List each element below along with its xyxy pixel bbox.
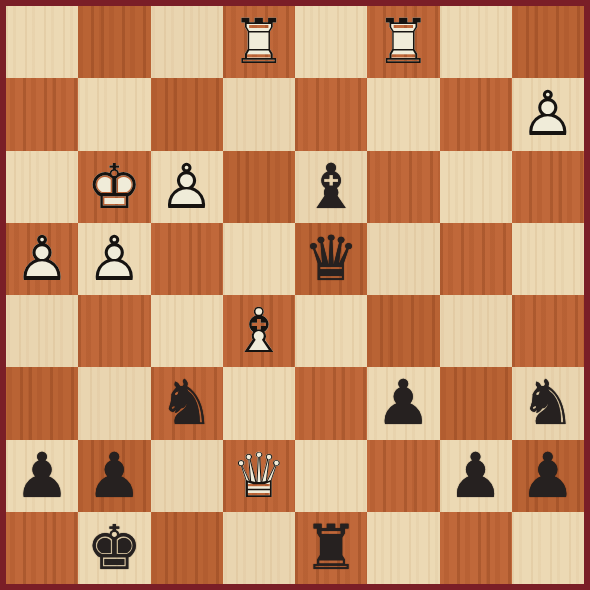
square-f1[interactable]: [367, 512, 439, 584]
square-b1[interactable]: ♚: [78, 512, 150, 584]
white-king-outline-glyph: ♔: [78, 151, 150, 223]
square-h4[interactable]: [512, 295, 584, 367]
square-c6[interactable]: ♟♙: [151, 151, 223, 223]
square-d3[interactable]: [223, 367, 295, 439]
square-b2[interactable]: ♟: [78, 440, 150, 512]
square-a1[interactable]: [6, 512, 78, 584]
square-a5[interactable]: ♟♙: [6, 223, 78, 295]
square-h2[interactable]: ♟: [512, 440, 584, 512]
piece-black-queen[interactable]: ♛: [295, 223, 367, 295]
square-e4[interactable]: [295, 295, 367, 367]
square-e6[interactable]: ♝: [295, 151, 367, 223]
piece-black-pawn[interactable]: ♟: [512, 440, 584, 512]
black-pawn-glyph: ♟: [440, 440, 512, 512]
square-f6[interactable]: [367, 151, 439, 223]
white-rook-outline-glyph: ♖: [223, 6, 295, 78]
square-g3[interactable]: [440, 367, 512, 439]
piece-white-bishop[interactable]: ♝♗: [223, 295, 295, 367]
square-b8[interactable]: [78, 6, 150, 78]
square-b5[interactable]: ♟♙: [78, 223, 150, 295]
white-bishop-outline-glyph: ♗: [223, 295, 295, 367]
white-pawn-outline-glyph: ♙: [151, 151, 223, 223]
black-pawn-glyph: ♟: [6, 440, 78, 512]
square-g8[interactable]: [440, 6, 512, 78]
square-a8[interactable]: [6, 6, 78, 78]
piece-white-queen[interactable]: ♛♕: [223, 440, 295, 512]
piece-black-knight[interactable]: ♞: [512, 367, 584, 439]
square-e1[interactable]: ♜: [295, 512, 367, 584]
black-pawn-glyph: ♟: [512, 440, 584, 512]
white-queen-outline-glyph: ♕: [223, 440, 295, 512]
piece-white-king[interactable]: ♚♔: [78, 151, 150, 223]
square-d2[interactable]: ♛♕: [223, 440, 295, 512]
piece-black-pawn[interactable]: ♟: [440, 440, 512, 512]
square-g1[interactable]: [440, 512, 512, 584]
square-e2[interactable]: [295, 440, 367, 512]
piece-black-knight[interactable]: ♞: [151, 367, 223, 439]
square-a4[interactable]: [6, 295, 78, 367]
square-h8[interactable]: [512, 6, 584, 78]
square-h3[interactable]: ♞: [512, 367, 584, 439]
square-b3[interactable]: [78, 367, 150, 439]
white-rook-outline-glyph: ♖: [367, 6, 439, 78]
piece-white-pawn[interactable]: ♟♙: [78, 223, 150, 295]
square-d1[interactable]: [223, 512, 295, 584]
black-knight-glyph: ♞: [512, 367, 584, 439]
square-d4[interactable]: ♝♗: [223, 295, 295, 367]
square-c2[interactable]: [151, 440, 223, 512]
square-h1[interactable]: [512, 512, 584, 584]
white-pawn-outline-glyph: ♙: [6, 223, 78, 295]
square-f5[interactable]: [367, 223, 439, 295]
piece-white-rook[interactable]: ♜♖: [367, 6, 439, 78]
square-b4[interactable]: [78, 295, 150, 367]
piece-black-rook[interactable]: ♜: [295, 512, 367, 584]
piece-black-pawn[interactable]: ♟: [6, 440, 78, 512]
square-a7[interactable]: [6, 78, 78, 150]
piece-black-pawn[interactable]: ♟: [367, 367, 439, 439]
piece-white-pawn[interactable]: ♟♙: [512, 78, 584, 150]
square-e7[interactable]: [295, 78, 367, 150]
square-d8[interactable]: ♜♖: [223, 6, 295, 78]
square-c8[interactable]: [151, 6, 223, 78]
black-queen-glyph: ♛: [295, 223, 367, 295]
white-pawn-outline-glyph: ♙: [512, 78, 584, 150]
square-g4[interactable]: [440, 295, 512, 367]
square-a3[interactable]: [6, 367, 78, 439]
square-c1[interactable]: [151, 512, 223, 584]
black-knight-glyph: ♞: [151, 367, 223, 439]
piece-white-rook[interactable]: ♜♖: [223, 6, 295, 78]
piece-black-king[interactable]: ♚: [78, 512, 150, 584]
piece-white-pawn[interactable]: ♟♙: [151, 151, 223, 223]
square-h5[interactable]: [512, 223, 584, 295]
black-pawn-glyph: ♟: [78, 440, 150, 512]
square-d6[interactable]: [223, 151, 295, 223]
square-f3[interactable]: ♟: [367, 367, 439, 439]
black-bishop-glyph: ♝: [295, 151, 367, 223]
square-g5[interactable]: [440, 223, 512, 295]
square-c5[interactable]: [151, 223, 223, 295]
square-g7[interactable]: [440, 78, 512, 150]
square-f8[interactable]: ♜♖: [367, 6, 439, 78]
square-f4[interactable]: [367, 295, 439, 367]
square-f2[interactable]: [367, 440, 439, 512]
white-pawn-outline-glyph: ♙: [78, 223, 150, 295]
black-king-glyph: ♚: [78, 512, 150, 584]
square-g6[interactable]: [440, 151, 512, 223]
square-b6[interactable]: ♚♔: [78, 151, 150, 223]
square-c4[interactable]: [151, 295, 223, 367]
chess-board: ♜♖♜♖♟♙♚♔♟♙♝♟♙♟♙♛♝♗♞♟♞♟♟♛♕♟♟♚♜: [0, 0, 590, 590]
piece-white-pawn[interactable]: ♟♙: [6, 223, 78, 295]
square-f7[interactable]: [367, 78, 439, 150]
square-h7[interactable]: ♟♙: [512, 78, 584, 150]
square-g2[interactable]: ♟: [440, 440, 512, 512]
piece-black-pawn[interactable]: ♟: [78, 440, 150, 512]
square-c7[interactable]: [151, 78, 223, 150]
piece-black-bishop[interactable]: ♝: [295, 151, 367, 223]
square-e3[interactable]: [295, 367, 367, 439]
black-rook-glyph: ♜: [295, 512, 367, 584]
square-d7[interactable]: [223, 78, 295, 150]
square-e5[interactable]: ♛: [295, 223, 367, 295]
square-c3[interactable]: ♞: [151, 367, 223, 439]
square-b7[interactable]: [78, 78, 150, 150]
square-a6[interactable]: [6, 151, 78, 223]
square-e8[interactable]: [295, 6, 367, 78]
square-d5[interactable]: [223, 223, 295, 295]
square-a2[interactable]: ♟: [6, 440, 78, 512]
square-h6[interactable]: [512, 151, 584, 223]
black-pawn-glyph: ♟: [367, 367, 439, 439]
